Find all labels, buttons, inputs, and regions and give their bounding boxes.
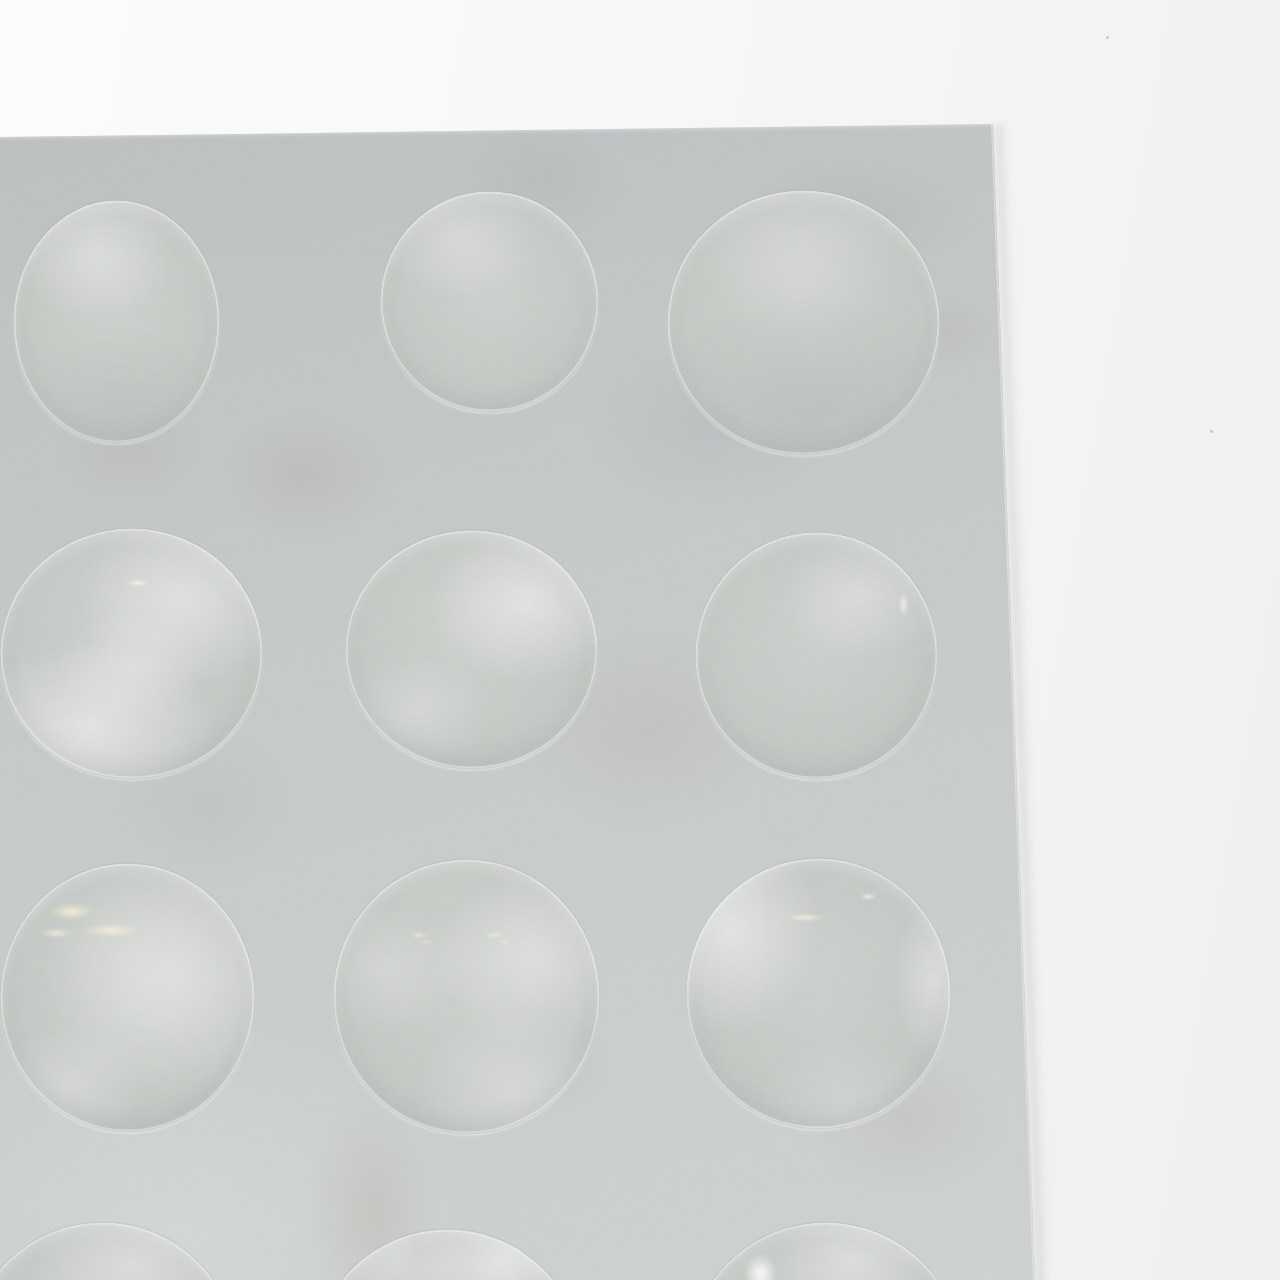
pit-cell-r1c3	[640, 142, 993, 483]
pit-grid	[0, 142, 993, 1280]
pit-r1c2[interactable]	[380, 191, 598, 411]
pit-r2c3[interactable]	[695, 532, 937, 778]
pit-specular-highlight	[345, 530, 597, 768]
pit-cell-r3c2	[287, 824, 640, 1165]
pit-r2c1[interactable]	[0, 528, 262, 778]
pit-specular-highlight	[687, 1222, 963, 1280]
pit-specular-highlight	[0, 863, 254, 1131]
pit-cell-r4c3	[640, 1165, 993, 1280]
pit-r3c1[interactable]	[0, 863, 254, 1131]
pit-specular-highlight	[695, 532, 937, 778]
pit-r2c2[interactable]	[345, 530, 597, 768]
pit-r4c3[interactable]	[687, 1222, 963, 1280]
pit-r1c1[interactable]	[13, 200, 219, 442]
dust-speck	[1106, 36, 1109, 39]
dust-speck	[1210, 430, 1213, 433]
pit-specular-highlight	[686, 858, 950, 1128]
board	[0, 0, 1280, 1280]
pit-cell-r2c3	[640, 483, 993, 824]
pit-cell-r3c3	[640, 824, 993, 1165]
pit-r3c3[interactable]	[686, 858, 950, 1128]
pit-r4c1[interactable]	[0, 1222, 237, 1280]
product-photo	[0, 0, 1280, 1280]
pit-r3c2[interactable]	[333, 859, 599, 1133]
pit-cell-r1c2	[287, 142, 640, 483]
pit-specular-highlight	[312, 1229, 582, 1280]
pit-specular-highlight	[13, 200, 219, 442]
pit-r4c2[interactable]	[312, 1229, 582, 1280]
pit-specular-highlight	[333, 859, 599, 1133]
pit-r1c3[interactable]	[667, 190, 939, 454]
pit-cell-r3c1	[0, 824, 287, 1165]
pit-specular-highlight	[0, 1222, 237, 1280]
pit-cell-r4c1	[0, 1165, 287, 1280]
pit-cell-r2c1	[0, 483, 287, 824]
pit-specular-highlight	[0, 528, 262, 778]
pit-specular-highlight	[380, 191, 598, 411]
pit-cell-r4c2	[287, 1165, 640, 1280]
pit-specular-highlight	[667, 190, 939, 454]
pit-cell-r2c2	[287, 483, 640, 824]
pit-cell-r1c1	[0, 142, 287, 483]
